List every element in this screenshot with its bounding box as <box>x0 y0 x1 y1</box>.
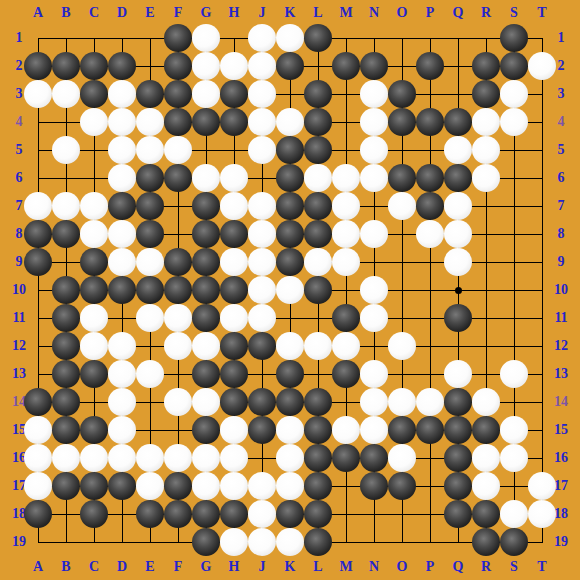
stone-black-A8[interactable] <box>24 220 52 248</box>
stone-white-T17[interactable] <box>528 472 556 500</box>
stone-black-O6[interactable] <box>388 164 416 192</box>
coord-label-top-P: P <box>426 6 435 20</box>
stone-white-R17[interactable] <box>472 472 500 500</box>
stone-black-K7[interactable] <box>276 192 304 220</box>
stone-white-L6[interactable] <box>304 164 332 192</box>
stone-white-J1[interactable] <box>248 24 276 52</box>
stone-black-M16[interactable] <box>332 444 360 472</box>
stone-white-H7[interactable] <box>220 192 248 220</box>
stone-white-L9[interactable] <box>304 248 332 276</box>
stone-white-J5[interactable] <box>248 136 276 164</box>
coord-label-bottom-P: P <box>426 560 435 574</box>
stone-white-J8[interactable] <box>248 220 276 248</box>
stone-black-Q6[interactable] <box>444 164 472 192</box>
stone-white-E16[interactable] <box>136 444 164 472</box>
stone-black-N2[interactable] <box>360 52 388 80</box>
stone-white-J9[interactable] <box>248 248 276 276</box>
stone-white-N6[interactable] <box>360 164 388 192</box>
stone-white-E11[interactable] <box>136 304 164 332</box>
stone-black-F1[interactable] <box>164 24 192 52</box>
stone-white-F14[interactable] <box>164 388 192 416</box>
stone-black-J15[interactable] <box>248 416 276 444</box>
coord-label-right-7: 7 <box>558 199 565 213</box>
stone-white-D4[interactable] <box>108 108 136 136</box>
stone-black-A14[interactable] <box>24 388 52 416</box>
stone-black-B11[interactable] <box>52 304 80 332</box>
stone-black-B17[interactable] <box>52 472 80 500</box>
stone-white-K12[interactable] <box>276 332 304 360</box>
stone-white-H16[interactable] <box>220 444 248 472</box>
coord-label-right-9: 9 <box>558 255 565 269</box>
stone-white-D12[interactable] <box>108 332 136 360</box>
stone-white-N8[interactable] <box>360 220 388 248</box>
stone-black-F10[interactable] <box>164 276 192 304</box>
coord-label-right-12: 12 <box>554 339 568 353</box>
stone-black-P6[interactable] <box>416 164 444 192</box>
coord-label-left-9: 9 <box>16 255 23 269</box>
stone-black-F2[interactable] <box>164 52 192 80</box>
stone-white-D6[interactable] <box>108 164 136 192</box>
stone-white-O7[interactable] <box>388 192 416 220</box>
stone-white-D3[interactable] <box>108 80 136 108</box>
stone-black-F3[interactable] <box>164 80 192 108</box>
stone-black-K14[interactable] <box>276 388 304 416</box>
stone-white-A17[interactable] <box>24 472 52 500</box>
stone-black-C15[interactable] <box>80 416 108 444</box>
stone-white-O16[interactable] <box>388 444 416 472</box>
coord-label-bottom-D: D <box>117 560 127 574</box>
stone-white-F11[interactable] <box>164 304 192 332</box>
stone-black-Q15[interactable] <box>444 416 472 444</box>
stone-black-L16[interactable] <box>304 444 332 472</box>
coord-label-top-Q: Q <box>453 6 464 20</box>
coord-label-left-8: 8 <box>16 227 23 241</box>
coord-label-left-7: 7 <box>16 199 23 213</box>
stone-white-R14[interactable] <box>472 388 500 416</box>
stone-white-H2[interactable] <box>220 52 248 80</box>
stone-black-J12[interactable] <box>248 332 276 360</box>
stone-white-M8[interactable] <box>332 220 360 248</box>
coord-label-left-3: 3 <box>16 87 23 101</box>
coord-label-left-6: 6 <box>16 171 23 185</box>
stone-white-C12[interactable] <box>80 332 108 360</box>
coord-label-right-1: 1 <box>558 31 565 45</box>
stone-white-M7[interactable] <box>332 192 360 220</box>
stone-white-P14[interactable] <box>416 388 444 416</box>
stone-black-B10[interactable] <box>52 276 80 304</box>
coord-label-right-14: 14 <box>554 395 568 409</box>
stone-black-C9[interactable] <box>80 248 108 276</box>
stone-white-O12[interactable] <box>388 332 416 360</box>
coord-label-bottom-A: A <box>33 560 43 574</box>
stone-black-R3[interactable] <box>472 80 500 108</box>
stone-black-C2[interactable] <box>80 52 108 80</box>
stone-black-E7[interactable] <box>136 192 164 220</box>
stone-black-H3[interactable] <box>220 80 248 108</box>
stone-white-N13[interactable] <box>360 360 388 388</box>
stone-white-J11[interactable] <box>248 304 276 332</box>
coord-label-bottom-C: C <box>89 560 99 574</box>
stone-white-E17[interactable] <box>136 472 164 500</box>
stone-black-C17[interactable] <box>80 472 108 500</box>
stone-white-S16[interactable] <box>500 444 528 472</box>
stone-white-R16[interactable] <box>472 444 500 472</box>
stone-black-Q11[interactable] <box>444 304 472 332</box>
stone-white-J2[interactable] <box>248 52 276 80</box>
stone-white-B16[interactable] <box>52 444 80 472</box>
stone-black-L18[interactable] <box>304 500 332 528</box>
stone-white-M6[interactable] <box>332 164 360 192</box>
stone-white-N4[interactable] <box>360 108 388 136</box>
stone-white-H11[interactable] <box>220 304 248 332</box>
stone-white-N10[interactable] <box>360 276 388 304</box>
stone-black-F6[interactable] <box>164 164 192 192</box>
stone-black-Q18[interactable] <box>444 500 472 528</box>
stone-black-L17[interactable] <box>304 472 332 500</box>
stone-black-P7[interactable] <box>416 192 444 220</box>
stone-white-J7[interactable] <box>248 192 276 220</box>
coord-label-top-J: J <box>259 6 266 20</box>
stone-white-G1[interactable] <box>192 24 220 52</box>
stone-white-Q5[interactable] <box>444 136 472 164</box>
stone-white-N3[interactable] <box>360 80 388 108</box>
stone-white-H6[interactable] <box>220 164 248 192</box>
stone-white-M12[interactable] <box>332 332 360 360</box>
coord-label-left-10: 10 <box>12 283 26 297</box>
go-board[interactable]: AABBCCDDEEFFGGHHJJKKLLMMNNOOPPQQRRSSTT11… <box>0 0 580 580</box>
coord-label-bottom-M: M <box>339 560 352 574</box>
stone-black-M2[interactable] <box>332 52 360 80</box>
stone-black-A2[interactable] <box>24 52 52 80</box>
stone-white-C8[interactable] <box>80 220 108 248</box>
stone-black-L7[interactable] <box>304 192 332 220</box>
stone-white-F16[interactable] <box>164 444 192 472</box>
coord-label-top-O: O <box>397 6 408 20</box>
stone-white-N5[interactable] <box>360 136 388 164</box>
stone-black-D7[interactable] <box>108 192 136 220</box>
stone-black-G19[interactable] <box>192 528 220 556</box>
stone-black-G10[interactable] <box>192 276 220 304</box>
coord-label-right-10: 10 <box>554 283 568 297</box>
stone-white-K19[interactable] <box>276 528 304 556</box>
stone-black-R19[interactable] <box>472 528 500 556</box>
stone-black-H13[interactable] <box>220 360 248 388</box>
stone-black-O17[interactable] <box>388 472 416 500</box>
stone-white-S3[interactable] <box>500 80 528 108</box>
stone-white-G17[interactable] <box>192 472 220 500</box>
coord-label-top-E: E <box>145 6 154 20</box>
coord-label-bottom-H: H <box>229 560 240 574</box>
stone-white-A7[interactable] <box>24 192 52 220</box>
stone-black-H18[interactable] <box>220 500 248 528</box>
stone-black-B8[interactable] <box>52 220 80 248</box>
stone-black-E8[interactable] <box>136 220 164 248</box>
stone-white-D15[interactable] <box>108 416 136 444</box>
stone-black-G15[interactable] <box>192 416 220 444</box>
stone-black-N16[interactable] <box>360 444 388 472</box>
stone-black-L10[interactable] <box>304 276 332 304</box>
coord-label-top-R: R <box>481 6 491 20</box>
stone-black-N17[interactable] <box>360 472 388 500</box>
stone-white-E4[interactable] <box>136 108 164 136</box>
coord-label-top-M: M <box>339 6 352 20</box>
stone-white-M15[interactable] <box>332 416 360 444</box>
stone-white-L12[interactable] <box>304 332 332 360</box>
stone-white-J18[interactable] <box>248 500 276 528</box>
stone-white-G6[interactable] <box>192 164 220 192</box>
stone-white-K4[interactable] <box>276 108 304 136</box>
coord-label-bottom-R: R <box>481 560 491 574</box>
stone-black-G18[interactable] <box>192 500 220 528</box>
stone-black-E10[interactable] <box>136 276 164 304</box>
stone-white-O14[interactable] <box>388 388 416 416</box>
coord-label-left-5: 5 <box>16 143 23 157</box>
stone-black-B12[interactable] <box>52 332 80 360</box>
stone-white-M9[interactable] <box>332 248 360 276</box>
coord-label-top-S: S <box>510 6 518 20</box>
coord-label-bottom-K: K <box>285 560 296 574</box>
stone-white-P8[interactable] <box>416 220 444 248</box>
stone-white-Q8[interactable] <box>444 220 472 248</box>
stone-white-H19[interactable] <box>220 528 248 556</box>
coord-label-top-N: N <box>369 6 379 20</box>
stone-white-N14[interactable] <box>360 388 388 416</box>
stone-black-B13[interactable] <box>52 360 80 388</box>
stone-white-G14[interactable] <box>192 388 220 416</box>
stone-white-C4[interactable] <box>80 108 108 136</box>
stone-black-S1[interactable] <box>500 24 528 52</box>
stone-white-D16[interactable] <box>108 444 136 472</box>
coord-label-right-18: 18 <box>554 507 568 521</box>
coord-label-bottom-O: O <box>397 560 408 574</box>
coord-label-right-3: 3 <box>558 87 565 101</box>
coord-label-bottom-S: S <box>510 560 518 574</box>
coord-label-left-11: 11 <box>12 311 25 325</box>
stone-white-K17[interactable] <box>276 472 304 500</box>
stone-white-J3[interactable] <box>248 80 276 108</box>
stone-black-H4[interactable] <box>220 108 248 136</box>
coord-label-top-A: A <box>33 6 43 20</box>
stone-black-D2[interactable] <box>108 52 136 80</box>
stone-black-H12[interactable] <box>220 332 248 360</box>
stone-black-L14[interactable] <box>304 388 332 416</box>
stone-white-R5[interactable] <box>472 136 500 164</box>
stone-black-R15[interactable] <box>472 416 500 444</box>
stone-white-A15[interactable] <box>24 416 52 444</box>
stone-black-C18[interactable] <box>80 500 108 528</box>
stone-black-Q4[interactable] <box>444 108 472 136</box>
stone-white-B7[interactable] <box>52 192 80 220</box>
stone-white-K15[interactable] <box>276 416 304 444</box>
stone-black-E6[interactable] <box>136 164 164 192</box>
stone-white-B5[interactable] <box>52 136 80 164</box>
stone-white-K1[interactable] <box>276 24 304 52</box>
stone-black-S2[interactable] <box>500 52 528 80</box>
coord-label-left-12: 12 <box>12 339 26 353</box>
stone-black-L8[interactable] <box>304 220 332 248</box>
stone-black-K18[interactable] <box>276 500 304 528</box>
coord-label-bottom-T: T <box>537 560 546 574</box>
stone-white-B3[interactable] <box>52 80 80 108</box>
stone-white-K10[interactable] <box>276 276 304 304</box>
stone-black-M13[interactable] <box>332 360 360 388</box>
coord-label-top-H: H <box>229 6 240 20</box>
coord-label-top-T: T <box>537 6 546 20</box>
stone-black-K5[interactable] <box>276 136 304 164</box>
stone-black-B2[interactable] <box>52 52 80 80</box>
stone-black-D17[interactable] <box>108 472 136 500</box>
stone-white-D13[interactable] <box>108 360 136 388</box>
stone-white-J10[interactable] <box>248 276 276 304</box>
stone-white-E5[interactable] <box>136 136 164 164</box>
stone-white-N15[interactable] <box>360 416 388 444</box>
stone-black-K9[interactable] <box>276 248 304 276</box>
stone-white-Q9[interactable] <box>444 248 472 276</box>
coord-label-right-6: 6 <box>558 171 565 185</box>
stone-black-G7[interactable] <box>192 192 220 220</box>
stone-white-G12[interactable] <box>192 332 220 360</box>
stone-black-P2[interactable] <box>416 52 444 80</box>
coord-label-right-5: 5 <box>558 143 565 157</box>
stone-black-Q14[interactable] <box>444 388 472 416</box>
stone-black-C3[interactable] <box>80 80 108 108</box>
coord-label-top-D: D <box>117 6 127 20</box>
stone-white-D5[interactable] <box>108 136 136 164</box>
star-point-q10 <box>455 287 462 294</box>
stone-white-E9[interactable] <box>136 248 164 276</box>
stone-black-S19[interactable] <box>500 528 528 556</box>
stone-black-O3[interactable] <box>388 80 416 108</box>
stone-white-S18[interactable] <box>500 500 528 528</box>
coord-label-bottom-Q: Q <box>453 560 464 574</box>
stone-black-J14[interactable] <box>248 388 276 416</box>
stone-black-G9[interactable] <box>192 248 220 276</box>
stone-white-F5[interactable] <box>164 136 192 164</box>
stone-black-K6[interactable] <box>276 164 304 192</box>
stone-white-D9[interactable] <box>108 248 136 276</box>
stone-white-C11[interactable] <box>80 304 108 332</box>
coord-label-top-G: G <box>201 6 212 20</box>
stone-black-Q17[interactable] <box>444 472 472 500</box>
stone-black-D10[interactable] <box>108 276 136 304</box>
coord-label-left-13: 13 <box>12 367 26 381</box>
stone-white-S4[interactable] <box>500 108 528 136</box>
stone-black-F9[interactable] <box>164 248 192 276</box>
stone-black-L5[interactable] <box>304 136 332 164</box>
stone-white-D14[interactable] <box>108 388 136 416</box>
stone-white-Q7[interactable] <box>444 192 472 220</box>
stone-black-L3[interactable] <box>304 80 332 108</box>
stone-black-L1[interactable] <box>304 24 332 52</box>
stone-white-S15[interactable] <box>500 416 528 444</box>
coord-label-bottom-L: L <box>313 560 322 574</box>
stone-black-O15[interactable] <box>388 416 416 444</box>
stone-black-F4[interactable] <box>164 108 192 136</box>
stone-white-Q13[interactable] <box>444 360 472 388</box>
stone-black-O4[interactable] <box>388 108 416 136</box>
stone-white-G2[interactable] <box>192 52 220 80</box>
stone-black-H10[interactable] <box>220 276 248 304</box>
coord-label-top-F: F <box>174 6 183 20</box>
stone-white-D8[interactable] <box>108 220 136 248</box>
stone-white-J4[interactable] <box>248 108 276 136</box>
stone-black-G11[interactable] <box>192 304 220 332</box>
stone-black-L19[interactable] <box>304 528 332 556</box>
stone-black-G4[interactable] <box>192 108 220 136</box>
stone-black-P4[interactable] <box>416 108 444 136</box>
stone-white-G3[interactable] <box>192 80 220 108</box>
coord-label-right-19: 19 <box>554 535 568 549</box>
stone-black-K13[interactable] <box>276 360 304 388</box>
coord-label-left-19: 19 <box>12 535 26 549</box>
stone-black-G8[interactable] <box>192 220 220 248</box>
coord-label-right-15: 15 <box>554 423 568 437</box>
stone-black-E3[interactable] <box>136 80 164 108</box>
stone-white-T18[interactable] <box>528 500 556 528</box>
stone-black-R18[interactable] <box>472 500 500 528</box>
stone-black-A9[interactable] <box>24 248 52 276</box>
stone-white-F12[interactable] <box>164 332 192 360</box>
coord-label-top-K: K <box>285 6 296 20</box>
stone-black-L4[interactable] <box>304 108 332 136</box>
coord-label-bottom-N: N <box>369 560 379 574</box>
coord-label-top-L: L <box>313 6 322 20</box>
stone-white-N11[interactable] <box>360 304 388 332</box>
stone-black-P15[interactable] <box>416 416 444 444</box>
stone-white-H15[interactable] <box>220 416 248 444</box>
stone-black-A18[interactable] <box>24 500 52 528</box>
stone-black-H14[interactable] <box>220 388 248 416</box>
coord-label-right-13: 13 <box>554 367 568 381</box>
stone-white-H9[interactable] <box>220 248 248 276</box>
coord-label-bottom-B: B <box>61 560 70 574</box>
stone-white-A3[interactable] <box>24 80 52 108</box>
stone-black-L15[interactable] <box>304 416 332 444</box>
stone-white-G16[interactable] <box>192 444 220 472</box>
stone-white-K16[interactable] <box>276 444 304 472</box>
stone-black-Q16[interactable] <box>444 444 472 472</box>
stone-black-F17[interactable] <box>164 472 192 500</box>
stone-black-H8[interactable] <box>220 220 248 248</box>
stone-black-E18[interactable] <box>136 500 164 528</box>
stone-black-B15[interactable] <box>52 416 80 444</box>
stone-black-K8[interactable] <box>276 220 304 248</box>
stone-black-B14[interactable] <box>52 388 80 416</box>
stone-white-R6[interactable] <box>472 164 500 192</box>
stone-white-T2[interactable] <box>528 52 556 80</box>
stone-black-C13[interactable] <box>80 360 108 388</box>
coord-label-bottom-F: F <box>174 560 183 574</box>
stone-black-F18[interactable] <box>164 500 192 528</box>
stone-white-C7[interactable] <box>80 192 108 220</box>
stone-white-A16[interactable] <box>24 444 52 472</box>
coord-label-top-C: C <box>89 6 99 20</box>
stone-white-S13[interactable] <box>500 360 528 388</box>
stone-white-J17[interactable] <box>248 472 276 500</box>
stone-black-C10[interactable] <box>80 276 108 304</box>
coord-label-right-17: 17 <box>554 479 568 493</box>
stone-white-H17[interactable] <box>220 472 248 500</box>
stone-white-E13[interactable] <box>136 360 164 388</box>
stone-black-G13[interactable] <box>192 360 220 388</box>
stone-black-K2[interactable] <box>276 52 304 80</box>
stone-black-R2[interactable] <box>472 52 500 80</box>
coord-label-right-11: 11 <box>554 311 567 325</box>
stone-black-M11[interactable] <box>332 304 360 332</box>
stone-white-J19[interactable] <box>248 528 276 556</box>
stone-white-C16[interactable] <box>80 444 108 472</box>
stone-white-R4[interactable] <box>472 108 500 136</box>
